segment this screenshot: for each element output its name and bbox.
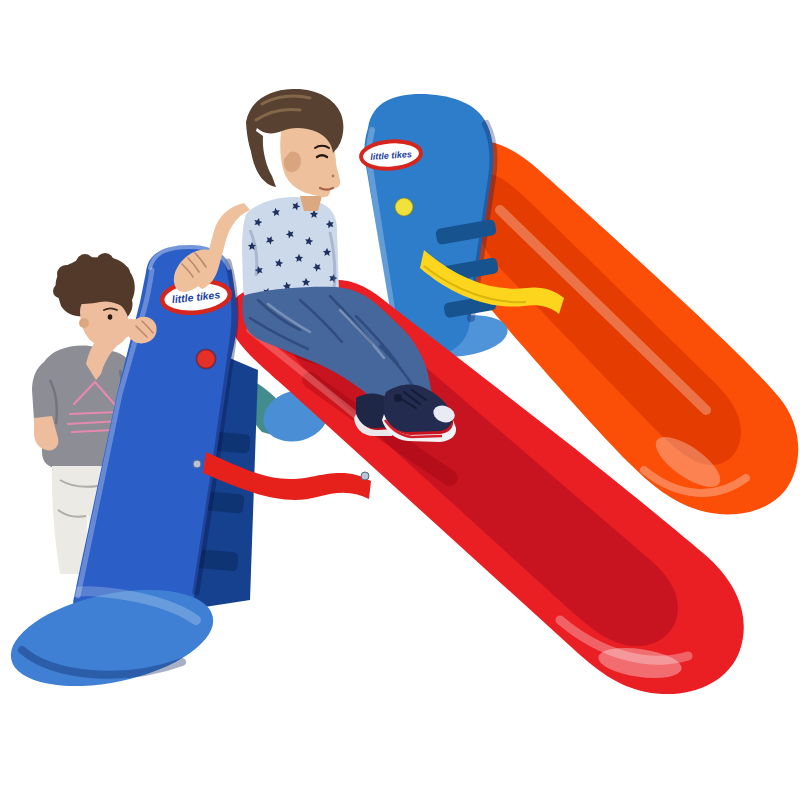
product-photo: little tikes [0, 0, 800, 800]
toddler-eye [108, 314, 113, 320]
toddler-curl [76, 254, 94, 272]
slide-scene: little tikes [0, 0, 800, 800]
toddler-curl [114, 265, 130, 281]
toddler-curl [53, 284, 67, 298]
strap-screw [361, 472, 369, 480]
toddler-ear [79, 318, 89, 328]
boy-shoe-lace-knot [394, 394, 402, 402]
toddler-curl [57, 265, 75, 283]
boy-nostril [332, 175, 335, 178]
strap-screw [193, 460, 201, 468]
boy-hair-side [250, 128, 276, 187]
toddler-curl [96, 253, 114, 271]
